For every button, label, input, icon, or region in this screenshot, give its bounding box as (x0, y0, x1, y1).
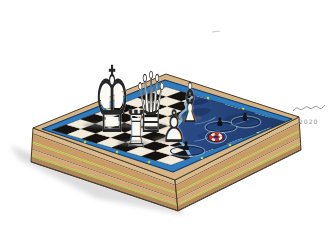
signature-scribble (292, 104, 326, 114)
artist-signature: 2020 (292, 99, 326, 125)
black-pawn-drowning: ♟ (211, 115, 230, 126)
pieces-layer: ♚♔♛♕♜♖♝♗♟♙♟♟♟ (0, 0, 330, 242)
black-pawn-drowning: ♟ (237, 111, 254, 121)
black-pawn-drowning: ♟ (176, 138, 197, 150)
cartoon-scene: ♚♔♛♕♜♖♝♗♟♙♟♟♟ 2020 (0, 0, 330, 242)
signature-year: 2020 (299, 119, 326, 125)
white-rook-outline: ♖ (124, 100, 147, 159)
